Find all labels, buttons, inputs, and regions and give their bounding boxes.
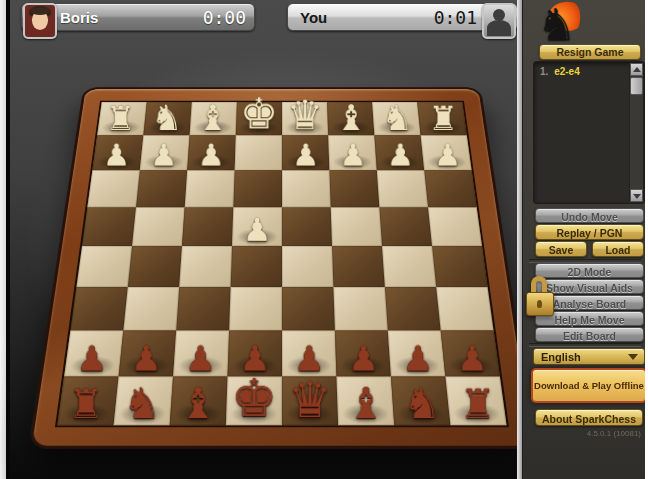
square[interactable] (185, 170, 235, 207)
square[interactable]: ♟ (187, 135, 236, 170)
square[interactable]: ♛ (282, 377, 338, 426)
white-knight[interactable]: ♞ (144, 101, 190, 134)
black-pawn[interactable]: ♟ (119, 342, 173, 375)
move-text[interactable]: e2-e4 (554, 66, 580, 77)
black-bishop[interactable]: ♝ (170, 383, 226, 423)
square[interactable]: ♟ (282, 135, 329, 170)
square[interactable]: ♛ (282, 102, 328, 135)
square[interactable] (179, 246, 232, 287)
game-stage: Boris 0:00 You 0:01 ♜♞♝♚♛♝♞♜♟♟♟♟♟♟♟♟♟♟♟♟… (6, 0, 517, 479)
language-select[interactable]: English (533, 348, 645, 365)
square[interactable] (333, 287, 387, 330)
chevron-down-icon (628, 354, 638, 360)
save-button[interactable]: Save (535, 241, 587, 257)
square[interactable] (70, 287, 127, 330)
undo-move-button[interactable]: Undo Move (535, 208, 644, 223)
square[interactable]: ♟ (140, 135, 190, 170)
square[interactable]: ♞ (372, 102, 420, 135)
square[interactable]: ♟ (282, 330, 336, 376)
square[interactable] (282, 207, 332, 246)
resign-game-button[interactable]: Resign Game (539, 44, 641, 60)
square[interactable] (282, 246, 333, 287)
white-pawn[interactable]: ♟ (187, 141, 234, 170)
move-list-scrollbar[interactable] (629, 63, 643, 202)
square[interactable] (229, 287, 282, 330)
square[interactable] (87, 170, 139, 207)
white-pawn[interactable]: ♟ (282, 141, 329, 170)
square[interactable]: ♚ (236, 102, 282, 135)
square[interactable]: ♜ (57, 377, 118, 426)
move-row[interactable]: 1. e2-e4 (534, 62, 644, 77)
square[interactable] (132, 207, 185, 246)
square[interactable] (235, 135, 282, 170)
black-knight[interactable]: ♞ (394, 383, 450, 423)
white-pawn[interactable]: ♟ (377, 141, 424, 170)
white-queen[interactable]: ♛ (282, 96, 328, 135)
board-frame: ♜♞♝♚♛♝♞♜♟♟♟♟♟♟♟♟♟♟♟♟♟♟♟♟♜♞♝♚♛♝♞♜ (32, 89, 532, 446)
square[interactable]: ♜ (417, 102, 467, 135)
black-pawn[interactable]: ♟ (282, 342, 336, 375)
version-label: 4.5.0.1 (10081) (587, 429, 641, 438)
square[interactable]: ♟ (232, 207, 282, 246)
square[interactable]: ♟ (173, 330, 229, 376)
square[interactable] (76, 246, 132, 287)
square[interactable] (282, 170, 331, 207)
sidebar: ♞ Resign Game 1. e2-e4 Undo Move Replay … (522, 0, 645, 479)
white-knight[interactable]: ♞ (374, 101, 420, 134)
move-number: 1. (540, 66, 548, 77)
square[interactable]: ♝ (327, 102, 374, 135)
black-bishop[interactable]: ♝ (338, 383, 394, 423)
white-pawn[interactable]: ♟ (93, 141, 140, 170)
divider (529, 343, 641, 347)
square[interactable] (176, 287, 230, 330)
black-pawn[interactable]: ♟ (445, 342, 499, 375)
square[interactable]: ♜ (445, 377, 506, 426)
white-pawn[interactable]: ♟ (140, 141, 187, 170)
square[interactable]: ♜ (97, 102, 147, 135)
white-bishop[interactable]: ♝ (328, 101, 374, 134)
square[interactable] (377, 170, 428, 207)
square[interactable]: ♟ (441, 330, 500, 376)
square[interactable]: ♝ (170, 377, 228, 426)
square[interactable] (428, 207, 482, 246)
black-queen[interactable]: ♛ (282, 377, 338, 424)
black-pawn[interactable]: ♟ (336, 342, 390, 375)
square[interactable]: ♝ (190, 102, 237, 135)
language-value: English (541, 351, 581, 363)
square[interactable] (123, 287, 179, 330)
black-knight[interactable]: ♞ (114, 383, 170, 423)
square[interactable]: ♞ (114, 377, 173, 426)
black-rook[interactable]: ♜ (58, 385, 114, 423)
black-pawn[interactable]: ♟ (65, 342, 119, 375)
board-scene: ♜♞♝♚♛♝♞♜♟♟♟♟♟♟♟♟♟♟♟♟♟♟♟♟♜♞♝♚♛♝♞♜ (10, 0, 521, 479)
square[interactable] (231, 246, 282, 287)
square[interactable]: ♟ (388, 330, 446, 376)
square[interactable]: ♝ (336, 377, 394, 426)
square[interactable]: ♟ (335, 330, 391, 376)
square[interactable] (282, 287, 335, 330)
square[interactable]: ♚ (226, 377, 282, 426)
square[interactable] (82, 207, 136, 246)
square[interactable]: ♞ (391, 377, 450, 426)
black-pawn[interactable]: ♟ (391, 342, 445, 375)
scroll-up-icon[interactable] (630, 63, 643, 76)
square[interactable] (436, 287, 493, 330)
square[interactable] (233, 170, 282, 207)
white-bishop[interactable]: ♝ (190, 101, 236, 134)
square[interactable] (128, 246, 182, 287)
square[interactable]: ♟ (328, 135, 377, 170)
square[interactable] (385, 287, 441, 330)
scrollbar-thumb[interactable] (630, 77, 643, 95)
white-pawn[interactable]: ♟ (232, 215, 282, 245)
scroll-down-icon[interactable] (630, 189, 643, 202)
load-button[interactable]: Load (592, 241, 644, 257)
knight-icon: ♞ (537, 0, 576, 50)
square[interactable]: ♟ (374, 135, 424, 170)
white-king[interactable]: ♚ (236, 95, 282, 135)
square[interactable] (331, 207, 382, 246)
edit-board-button[interactable]: Edit Board (535, 327, 644, 342)
download-play-offline-button[interactable]: Download & Play Offline (531, 368, 647, 403)
square[interactable] (424, 170, 476, 207)
black-king[interactable]: ♚ (226, 375, 282, 424)
sparkchess-knight-logo: ♞ (535, 1, 587, 47)
move-list[interactable]: 1. e2-e4 (533, 61, 645, 204)
square[interactable]: ♟ (421, 135, 472, 170)
black-rook[interactable]: ♜ (450, 385, 506, 423)
black-pawn[interactable]: ♟ (173, 342, 227, 375)
square[interactable] (329, 170, 379, 207)
white-pawn[interactable]: ♟ (424, 141, 471, 170)
lock-icon (524, 276, 558, 320)
square[interactable] (382, 246, 436, 287)
square[interactable] (379, 207, 432, 246)
white-rook[interactable]: ♜ (420, 103, 466, 135)
about-sparkchess-button[interactable]: About SparkChess (535, 409, 643, 426)
square[interactable] (136, 170, 187, 207)
chess-board[interactable]: ♜♞♝♚♛♝♞♜♟♟♟♟♟♟♟♟♟♟♟♟♟♟♟♟♜♞♝♚♛♝♞♜ (55, 101, 509, 428)
white-rook[interactable]: ♜ (98, 103, 144, 135)
square[interactable] (182, 207, 233, 246)
replay-pgn-button[interactable]: Replay / PGN (535, 224, 644, 240)
square[interactable] (432, 246, 488, 287)
square[interactable] (332, 246, 385, 287)
square[interactable]: ♞ (143, 102, 191, 135)
white-pawn[interactable]: ♟ (329, 141, 376, 170)
square[interactable]: ♟ (119, 330, 177, 376)
square[interactable]: ♟ (92, 135, 143, 170)
square[interactable]: ♟ (64, 330, 123, 376)
